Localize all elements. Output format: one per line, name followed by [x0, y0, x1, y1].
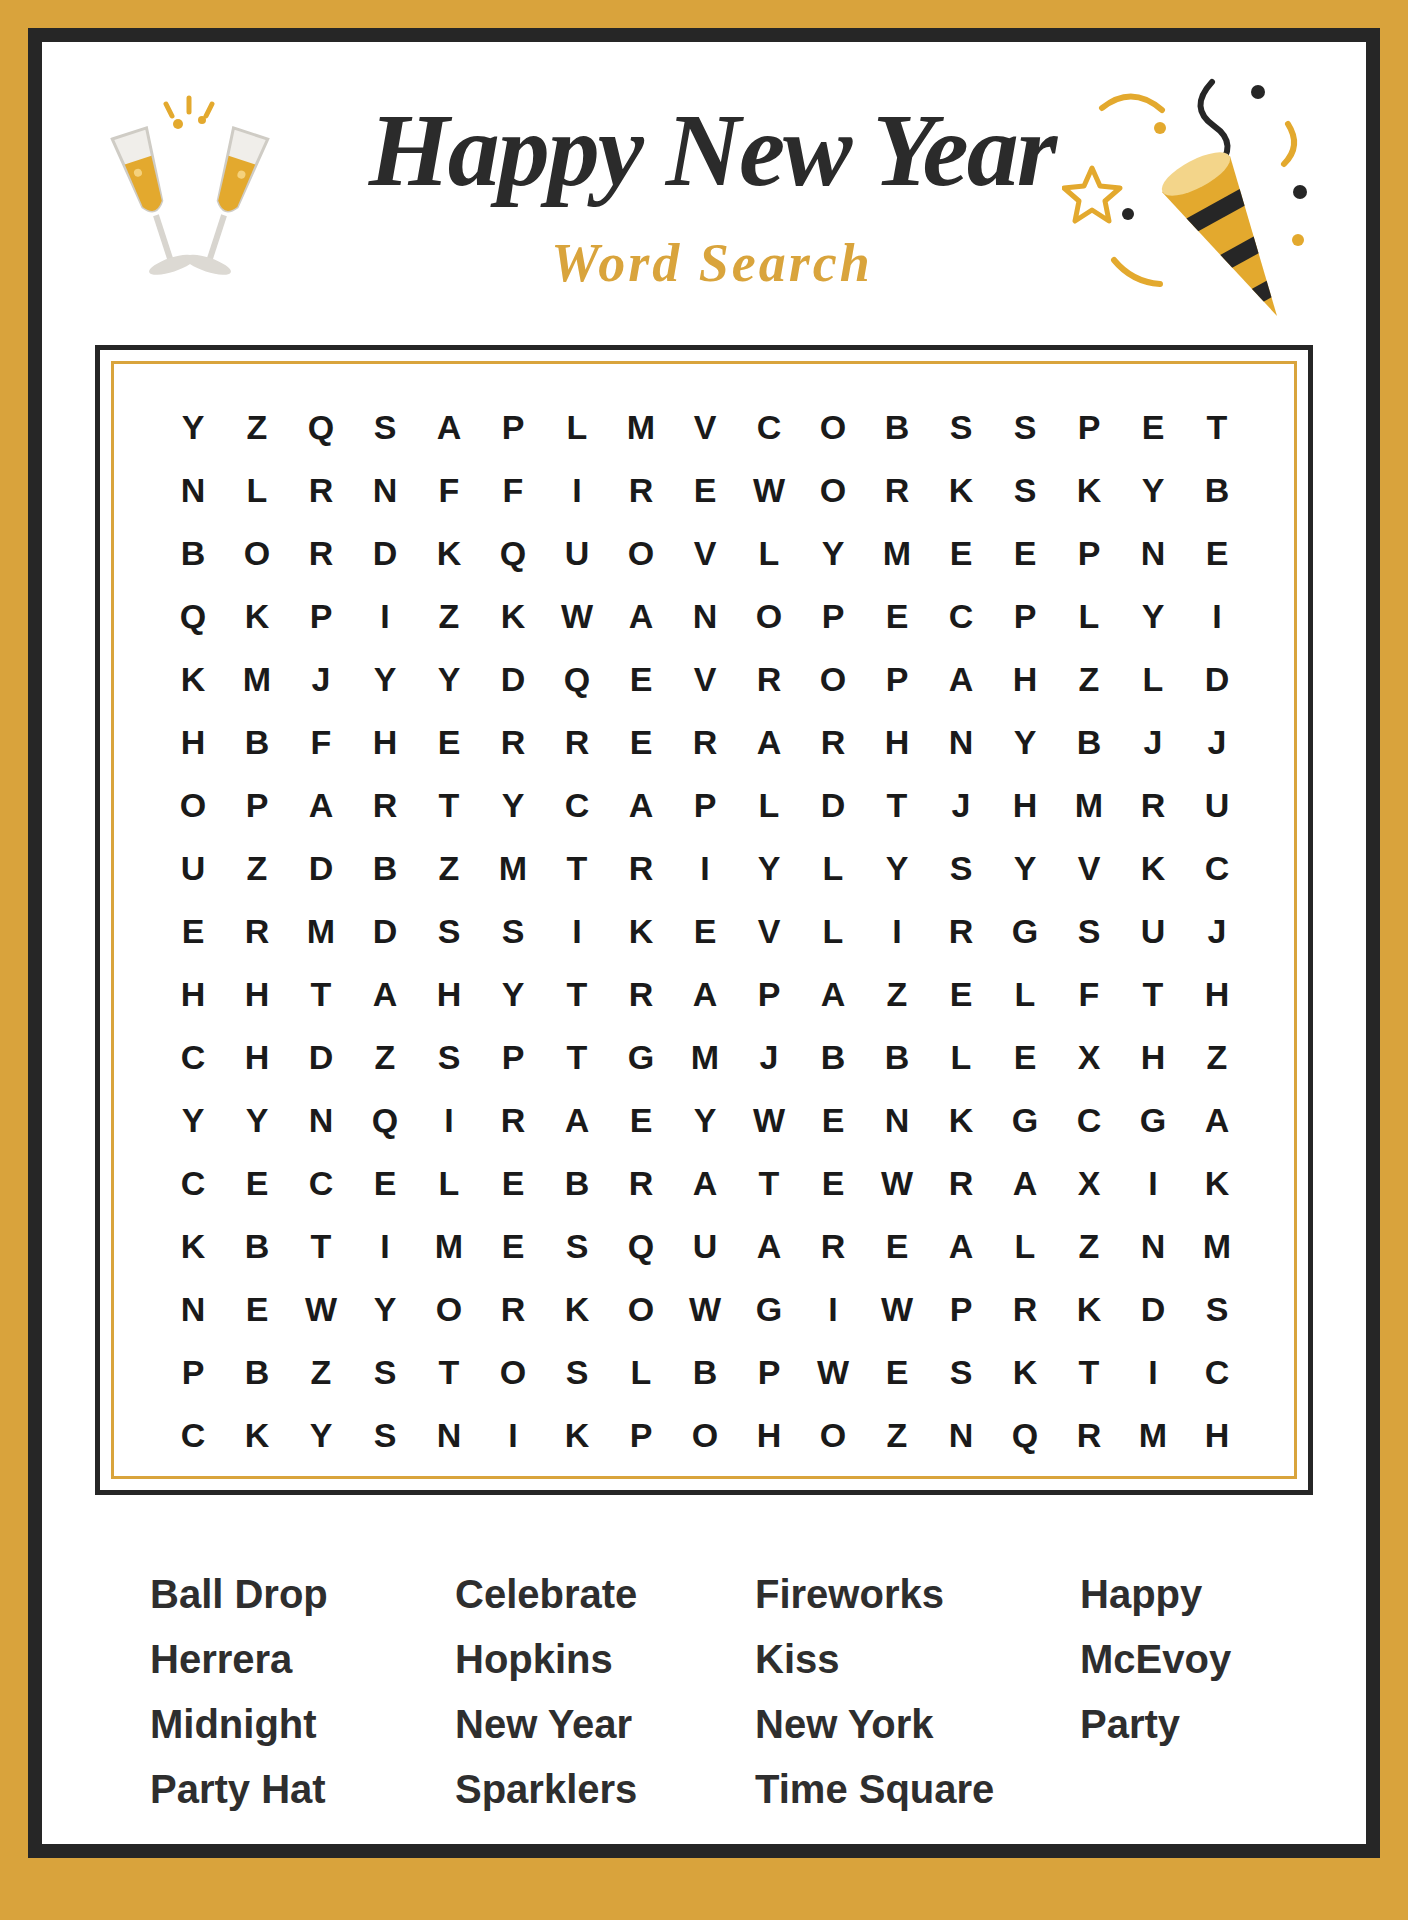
- grid-cell[interactable]: A: [673, 963, 737, 1026]
- grid-cell[interactable]: Z: [225, 837, 289, 900]
- grid-cell[interactable]: E: [673, 459, 737, 522]
- grid-cell[interactable]: C: [1185, 1341, 1249, 1404]
- grid-cell[interactable]: B: [1185, 459, 1249, 522]
- grid-cell[interactable]: K: [161, 648, 225, 711]
- grid-cell[interactable]: Z: [865, 963, 929, 1026]
- grid-cell[interactable]: T: [417, 1341, 481, 1404]
- word-search-page: { "game": "word-search", "title": "Happy…: [0, 0, 1408, 1920]
- grid-cell[interactable]: N: [929, 711, 993, 774]
- grid-cell[interactable]: E: [993, 522, 1057, 585]
- grid-cell[interactable]: L: [993, 963, 1057, 1026]
- grid-cell[interactable]: U: [1121, 900, 1185, 963]
- grid-cell[interactable]: X: [1057, 1152, 1121, 1215]
- grid-cell[interactable]: R: [929, 900, 993, 963]
- grid-cell[interactable]: W: [865, 1278, 929, 1341]
- grid-cell[interactable]: B: [1057, 711, 1121, 774]
- grid-cell[interactable]: Q: [289, 396, 353, 459]
- grid-cell[interactable]: R: [481, 1089, 545, 1152]
- grid-cell[interactable]: R: [481, 1278, 545, 1341]
- grid-cell[interactable]: Z: [865, 1404, 929, 1467]
- grid-cell[interactable]: K: [993, 1341, 1057, 1404]
- word-list-item: Herrera: [150, 1627, 328, 1692]
- grid-cell[interactable]: B: [865, 1026, 929, 1089]
- grid-cell[interactable]: I: [1121, 1341, 1185, 1404]
- grid-cell[interactable]: M: [289, 900, 353, 963]
- grid-cell[interactable]: Q: [481, 522, 545, 585]
- grid-cell[interactable]: Z: [1057, 648, 1121, 711]
- grid-cell[interactable]: Y: [1121, 585, 1185, 648]
- grid-cell[interactable]: B: [545, 1152, 609, 1215]
- grid-cell[interactable]: C: [1057, 1089, 1121, 1152]
- word-list-item: Hopkins: [455, 1627, 637, 1692]
- grid-cell[interactable]: W: [673, 1278, 737, 1341]
- grid-cell[interactable]: A: [353, 963, 417, 1026]
- grid-cell[interactable]: O: [801, 459, 865, 522]
- grid-cell[interactable]: T: [1057, 1341, 1121, 1404]
- grid-cell[interactable]: R: [289, 459, 353, 522]
- grid-cell[interactable]: P: [225, 774, 289, 837]
- grid-cell[interactable]: F: [1057, 963, 1121, 1026]
- grid-cell[interactable]: V: [1057, 837, 1121, 900]
- word-list-item: Ball Drop: [150, 1562, 328, 1627]
- grid-cell[interactable]: G: [993, 1089, 1057, 1152]
- grid-cell[interactable]: C: [161, 1152, 225, 1215]
- grid-cell[interactable]: S: [1057, 900, 1121, 963]
- grid-cell[interactable]: L: [993, 1215, 1057, 1278]
- grid-cell[interactable]: O: [801, 648, 865, 711]
- grid-cell[interactable]: Y: [161, 396, 225, 459]
- grid-cell[interactable]: Q: [993, 1404, 1057, 1467]
- grid-cell[interactable]: H: [1185, 963, 1249, 1026]
- grid-cell[interactable]: V: [673, 522, 737, 585]
- grid-cell[interactable]: E: [929, 522, 993, 585]
- grid-cell[interactable]: L: [1057, 585, 1121, 648]
- grid-cell[interactable]: M: [225, 648, 289, 711]
- grid-cell[interactable]: I: [1185, 585, 1249, 648]
- grid-cell[interactable]: E: [609, 1089, 673, 1152]
- grid-cell[interactable]: H: [225, 1026, 289, 1089]
- grid-cell[interactable]: M: [1121, 1404, 1185, 1467]
- grid-cell[interactable]: K: [929, 459, 993, 522]
- grid-cell[interactable]: E: [673, 900, 737, 963]
- grid-cell[interactable]: O: [801, 1404, 865, 1467]
- grid-cell[interactable]: Y: [353, 1278, 417, 1341]
- grid-cell[interactable]: S: [417, 1026, 481, 1089]
- grid-cell[interactable]: T: [545, 837, 609, 900]
- grid-cell[interactable]: W: [737, 1089, 801, 1152]
- grid-cell[interactable]: H: [353, 711, 417, 774]
- grid-cell[interactable]: S: [1185, 1278, 1249, 1341]
- grid-cell[interactable]: L: [609, 1341, 673, 1404]
- grid-cell[interactable]: H: [1121, 1026, 1185, 1089]
- grid-cell[interactable]: W: [289, 1278, 353, 1341]
- grid-cell[interactable]: N: [673, 585, 737, 648]
- grid-cell[interactable]: G: [609, 1026, 673, 1089]
- grid-cell[interactable]: A: [289, 774, 353, 837]
- grid-cell[interactable]: A: [737, 711, 801, 774]
- grid-cell[interactable]: B: [353, 837, 417, 900]
- grid-cell[interactable]: E: [609, 648, 673, 711]
- grid-cell[interactable]: E: [481, 1152, 545, 1215]
- grid-cell[interactable]: B: [225, 711, 289, 774]
- grid-cell[interactable]: Z: [225, 396, 289, 459]
- grid-cell[interactable]: H: [417, 963, 481, 1026]
- grid-cell[interactable]: J: [289, 648, 353, 711]
- grid-cell[interactable]: C: [161, 1026, 225, 1089]
- grid-cell[interactable]: R: [545, 711, 609, 774]
- grid-cell[interactable]: U: [161, 837, 225, 900]
- grid-cell[interactable]: O: [609, 522, 673, 585]
- grid-cell[interactable]: A: [609, 585, 673, 648]
- grid-cell[interactable]: L: [737, 774, 801, 837]
- grid-cell[interactable]: S: [993, 459, 1057, 522]
- grid-cell[interactable]: D: [353, 900, 417, 963]
- grid-cell[interactable]: S: [993, 396, 1057, 459]
- grid-cell[interactable]: H: [161, 963, 225, 1026]
- grid-cell[interactable]: V: [673, 648, 737, 711]
- grid-cell[interactable]: Z: [1057, 1215, 1121, 1278]
- grid-cell[interactable]: L: [1121, 648, 1185, 711]
- grid-cell[interactable]: T: [289, 963, 353, 1026]
- grid-cell[interactable]: K: [1121, 837, 1185, 900]
- grid-cell[interactable]: R: [801, 1215, 865, 1278]
- grid-cell[interactable]: L: [929, 1026, 993, 1089]
- grid-cell[interactable]: K: [1057, 459, 1121, 522]
- grid-cell[interactable]: S: [545, 1341, 609, 1404]
- grid-cell[interactable]: D: [289, 1026, 353, 1089]
- grid-cell[interactable]: P: [737, 1341, 801, 1404]
- grid-cell[interactable]: P: [289, 585, 353, 648]
- grid-cell[interactable]: K: [417, 522, 481, 585]
- grid-cell[interactable]: P: [801, 585, 865, 648]
- grid-cell[interactable]: T: [737, 1152, 801, 1215]
- grid-cell[interactable]: R: [609, 459, 673, 522]
- grid-cell[interactable]: J: [737, 1026, 801, 1089]
- page-subtitle: Word Search: [362, 232, 1062, 294]
- grid-cell[interactable]: H: [225, 963, 289, 1026]
- grid-cell[interactable]: R: [289, 522, 353, 585]
- grid-cell[interactable]: B: [161, 522, 225, 585]
- grid-cell[interactable]: L: [225, 459, 289, 522]
- grid-cell[interactable]: Z: [417, 585, 481, 648]
- grid-cell[interactable]: Z: [1185, 1026, 1249, 1089]
- grid-cell[interactable]: S: [417, 900, 481, 963]
- grid-cell[interactable]: K: [481, 585, 545, 648]
- grid-cell[interactable]: K: [545, 1404, 609, 1467]
- grid-cell[interactable]: Y: [225, 1089, 289, 1152]
- grid-cell[interactable]: A: [801, 963, 865, 1026]
- grid-cell[interactable]: E: [609, 711, 673, 774]
- grid-cell[interactable]: L: [545, 396, 609, 459]
- grid-cell[interactable]: O: [673, 1404, 737, 1467]
- grid-cell[interactable]: X: [1057, 1026, 1121, 1089]
- grid-cell[interactable]: B: [225, 1341, 289, 1404]
- grid-cell[interactable]: D: [289, 837, 353, 900]
- grid-cell[interactable]: E: [417, 711, 481, 774]
- grid-cell[interactable]: H: [161, 711, 225, 774]
- grid-cell[interactable]: U: [1185, 774, 1249, 837]
- grid-cell[interactable]: Z: [417, 837, 481, 900]
- grid-cell[interactable]: P: [481, 396, 545, 459]
- grid-cell[interactable]: P: [737, 963, 801, 1026]
- grid-cell[interactable]: A: [673, 1152, 737, 1215]
- grid-cell[interactable]: P: [609, 1404, 673, 1467]
- grid-cell[interactable]: W: [865, 1152, 929, 1215]
- grid-cell[interactable]: Y: [737, 837, 801, 900]
- grid-cell[interactable]: C: [161, 1404, 225, 1467]
- grid-cell[interactable]: K: [929, 1089, 993, 1152]
- grid-cell[interactable]: I: [417, 1089, 481, 1152]
- grid-cell[interactable]: M: [417, 1215, 481, 1278]
- grid-cell[interactable]: G: [737, 1278, 801, 1341]
- grid-cell[interactable]: Y: [353, 648, 417, 711]
- grid-cell[interactable]: E: [161, 900, 225, 963]
- grid-cell[interactable]: Y: [865, 837, 929, 900]
- grid-cell[interactable]: C: [929, 585, 993, 648]
- grid-cell[interactable]: Q: [353, 1089, 417, 1152]
- grid-cell[interactable]: Q: [609, 1215, 673, 1278]
- grid-cell[interactable]: A: [609, 774, 673, 837]
- grid-cell[interactable]: R: [609, 963, 673, 1026]
- grid-cell[interactable]: N: [929, 1404, 993, 1467]
- puzzle-sheet: Happy New Year Word Search: [28, 28, 1380, 1858]
- grid-cell[interactable]: P: [673, 774, 737, 837]
- grid-cell[interactable]: M: [609, 396, 673, 459]
- grid-cell[interactable]: I: [353, 1215, 417, 1278]
- grid-cell[interactable]: B: [673, 1341, 737, 1404]
- grid-cell[interactable]: M: [865, 522, 929, 585]
- grid-cell[interactable]: M: [673, 1026, 737, 1089]
- grid-cell[interactable]: S: [929, 396, 993, 459]
- grid-cell[interactable]: Z: [289, 1341, 353, 1404]
- grid-cell[interactable]: L: [737, 522, 801, 585]
- grid-cell[interactable]: C: [289, 1152, 353, 1215]
- grid-cell[interactable]: N: [161, 459, 225, 522]
- grid-cell[interactable]: N: [1121, 1215, 1185, 1278]
- grid-cell[interactable]: E: [865, 1215, 929, 1278]
- grid-cell[interactable]: M: [1185, 1215, 1249, 1278]
- grid-cell[interactable]: R: [993, 1278, 1057, 1341]
- grid-cell[interactable]: E: [225, 1152, 289, 1215]
- grid-cell[interactable]: W: [545, 585, 609, 648]
- grid-cell[interactable]: T: [865, 774, 929, 837]
- grid-cell[interactable]: H: [993, 648, 1057, 711]
- word-column: Ball DropHerreraMidnightParty Hat: [150, 1562, 328, 1822]
- grid-cell[interactable]: L: [801, 900, 865, 963]
- grid-cell[interactable]: E: [929, 963, 993, 1026]
- grid-cell[interactable]: P: [993, 585, 1057, 648]
- grid-cell[interactable]: R: [737, 648, 801, 711]
- grid-cell[interactable]: K: [1185, 1152, 1249, 1215]
- grid-cell[interactable]: N: [353, 459, 417, 522]
- grid-cell[interactable]: K: [609, 900, 673, 963]
- grid-cell[interactable]: O: [225, 522, 289, 585]
- grid-cell[interactable]: Y: [417, 648, 481, 711]
- grid-cell[interactable]: H: [865, 711, 929, 774]
- grid-cell[interactable]: S: [929, 1341, 993, 1404]
- grid-cell[interactable]: H: [1185, 1404, 1249, 1467]
- grid-cell[interactable]: B: [801, 1026, 865, 1089]
- grid-cell[interactable]: O: [161, 774, 225, 837]
- grid-cell[interactable]: W: [801, 1341, 865, 1404]
- grid-cell[interactable]: D: [1185, 648, 1249, 711]
- grid-cell[interactable]: S: [353, 1341, 417, 1404]
- grid-cell[interactable]: F: [289, 711, 353, 774]
- grid-cell[interactable]: Y: [801, 522, 865, 585]
- grid-cell[interactable]: T: [417, 774, 481, 837]
- grid-cell[interactable]: R: [609, 837, 673, 900]
- grid-cell[interactable]: Z: [353, 1026, 417, 1089]
- grid-cell[interactable]: K: [225, 1404, 289, 1467]
- grid-cell[interactable]: O: [737, 585, 801, 648]
- grid-cell[interactable]: N: [161, 1278, 225, 1341]
- grid-cell[interactable]: V: [737, 900, 801, 963]
- grid-cell[interactable]: G: [1121, 1089, 1185, 1152]
- grid-cell[interactable]: Y: [993, 711, 1057, 774]
- grid-cell[interactable]: J: [929, 774, 993, 837]
- grid-cell[interactable]: E: [801, 1152, 865, 1215]
- grid-cell[interactable]: D: [481, 648, 545, 711]
- grid-cell[interactable]: G: [993, 900, 1057, 963]
- grid-cell[interactable]: R: [609, 1152, 673, 1215]
- grid-cell[interactable]: J: [1185, 900, 1249, 963]
- grid-cell[interactable]: E: [865, 585, 929, 648]
- grid-cell[interactable]: R: [225, 900, 289, 963]
- grid-cell[interactable]: S: [353, 396, 417, 459]
- grid-cell[interactable]: I: [865, 900, 929, 963]
- grid-cell[interactable]: P: [481, 1026, 545, 1089]
- grid-cell[interactable]: O: [417, 1278, 481, 1341]
- grid-cell[interactable]: J: [1121, 711, 1185, 774]
- grid-cell[interactable]: Y: [161, 1089, 225, 1152]
- grid-cell[interactable]: A: [993, 1152, 1057, 1215]
- grid-cell[interactable]: F: [417, 459, 481, 522]
- grid-cell[interactable]: R: [801, 711, 865, 774]
- grid-cell[interactable]: T: [1121, 963, 1185, 1026]
- grid-cell[interactable]: I: [801, 1278, 865, 1341]
- grid-cell[interactable]: I: [673, 837, 737, 900]
- grid-cell[interactable]: U: [545, 522, 609, 585]
- grid-cell[interactable]: Y: [481, 963, 545, 1026]
- grid-cell[interactable]: R: [481, 711, 545, 774]
- grid-cell[interactable]: A: [929, 1215, 993, 1278]
- word-list-item: Party: [1080, 1692, 1231, 1757]
- grid-cell[interactable]: S: [481, 900, 545, 963]
- grid-cell[interactable]: E: [993, 1026, 1057, 1089]
- grid-cell[interactable]: U: [673, 1215, 737, 1278]
- grid-cell[interactable]: R: [1121, 774, 1185, 837]
- grid-cell[interactable]: E: [801, 1089, 865, 1152]
- grid-cell[interactable]: A: [1185, 1089, 1249, 1152]
- grid-cell[interactable]: J: [1185, 711, 1249, 774]
- grid-cell[interactable]: H: [993, 774, 1057, 837]
- grid-cell[interactable]: T: [545, 963, 609, 1026]
- grid-cell[interactable]: Y: [481, 774, 545, 837]
- grid-cell[interactable]: N: [417, 1404, 481, 1467]
- grid-cell[interactable]: R: [353, 774, 417, 837]
- grid-cell[interactable]: Y: [673, 1089, 737, 1152]
- grid-cell[interactable]: D: [353, 522, 417, 585]
- grid-cell[interactable]: K: [1057, 1278, 1121, 1341]
- grid-cell[interactable]: T: [289, 1215, 353, 1278]
- grid-cell[interactable]: D: [1121, 1278, 1185, 1341]
- grid-cell[interactable]: P: [929, 1278, 993, 1341]
- grid-cell[interactable]: P: [1057, 522, 1121, 585]
- grid-cell[interactable]: Q: [545, 648, 609, 711]
- grid-cell[interactable]: D: [801, 774, 865, 837]
- grid-cell[interactable]: S: [353, 1404, 417, 1467]
- grid-cell[interactable]: R: [1057, 1404, 1121, 1467]
- grid-cell[interactable]: I: [545, 459, 609, 522]
- grid-cell[interactable]: N: [865, 1089, 929, 1152]
- grid-cell[interactable]: C: [545, 774, 609, 837]
- grid-cell[interactable]: A: [417, 396, 481, 459]
- grid-cell[interactable]: C: [737, 396, 801, 459]
- grid-cell[interactable]: T: [545, 1026, 609, 1089]
- grid-cell[interactable]: E: [481, 1215, 545, 1278]
- grid-cell[interactable]: E: [1185, 522, 1249, 585]
- grid-cell[interactable]: Y: [1121, 459, 1185, 522]
- grid-cell[interactable]: R: [865, 459, 929, 522]
- grid-cell[interactable]: A: [737, 1215, 801, 1278]
- grid-cell[interactable]: A: [929, 648, 993, 711]
- grid-cell[interactable]: I: [1121, 1152, 1185, 1215]
- grid-cell[interactable]: P: [161, 1341, 225, 1404]
- grid-cell[interactable]: W: [737, 459, 801, 522]
- grid-cell[interactable]: P: [865, 648, 929, 711]
- grid-cell[interactable]: F: [481, 459, 545, 522]
- grid-cell[interactable]: E: [353, 1152, 417, 1215]
- grid-cell[interactable]: O: [609, 1278, 673, 1341]
- grid-cell[interactable]: A: [545, 1089, 609, 1152]
- grid-cell[interactable]: B: [225, 1215, 289, 1278]
- grid-cell[interactable]: K: [545, 1278, 609, 1341]
- grid-cell[interactable]: S: [545, 1215, 609, 1278]
- grid-cell[interactable]: Q: [161, 585, 225, 648]
- grid-cell[interactable]: R: [673, 711, 737, 774]
- grid-cell[interactable]: N: [289, 1089, 353, 1152]
- letter-grid: YZQSAPLMVCOBSSPETNLRNFFIREWORKSKYBBORDKQ…: [161, 396, 1249, 1467]
- grid-cell[interactable]: Y: [993, 837, 1057, 900]
- grid-cell[interactable]: E: [1121, 396, 1185, 459]
- grid-cell[interactable]: B: [865, 396, 929, 459]
- grid-cell[interactable]: E: [225, 1278, 289, 1341]
- grid-cell[interactable]: L: [417, 1152, 481, 1215]
- word-list-item: Time Square: [755, 1757, 994, 1822]
- grid-cell[interactable]: R: [929, 1152, 993, 1215]
- word-list-item: Party Hat: [150, 1757, 328, 1822]
- grid-cell[interactable]: Y: [289, 1404, 353, 1467]
- grid-cell[interactable]: K: [161, 1215, 225, 1278]
- grid-cell[interactable]: N: [1121, 522, 1185, 585]
- grid-cell[interactable]: L: [801, 837, 865, 900]
- grid-cell[interactable]: P: [1057, 396, 1121, 459]
- grid-cell[interactable]: I: [353, 585, 417, 648]
- grid-cell[interactable]: K: [225, 585, 289, 648]
- grid-cell[interactable]: O: [801, 396, 865, 459]
- grid-cell[interactable]: H: [737, 1404, 801, 1467]
- grid-cell[interactable]: C: [1185, 837, 1249, 900]
- grid-cell[interactable]: V: [673, 396, 737, 459]
- grid-cell[interactable]: I: [545, 900, 609, 963]
- grid-cell[interactable]: M: [481, 837, 545, 900]
- grid-cell[interactable]: S: [929, 837, 993, 900]
- grid-cell[interactable]: E: [865, 1341, 929, 1404]
- grid-cell[interactable]: M: [1057, 774, 1121, 837]
- grid-cell[interactable]: O: [481, 1341, 545, 1404]
- grid-cell[interactable]: I: [481, 1404, 545, 1467]
- grid-cell[interactable]: T: [1185, 396, 1249, 459]
